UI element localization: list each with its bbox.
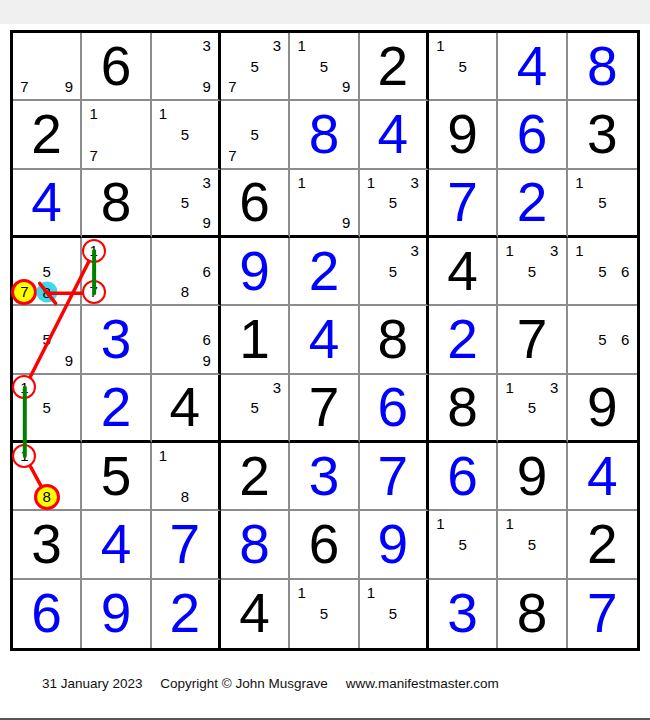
pencil-mark: 1 [429, 35, 451, 57]
cell-value-given: 2 [221, 443, 288, 509]
cell-value-solved: 2 [290, 238, 357, 304]
cell-value-given: 7 [498, 306, 565, 372]
pencil-mark: 3 [266, 35, 288, 57]
pencil-mark: 5 [244, 55, 266, 77]
pencil-mark: 1 [83, 103, 105, 125]
pencil-mark: 9 [335, 212, 357, 234]
pencil-mark: 1 [499, 513, 521, 535]
pencil-mark: 1 [291, 171, 313, 193]
cell-r9c2[interactable]: 9 [82, 580, 151, 648]
cell-value-solved: 7 [568, 580, 637, 648]
cell-r5c4[interactable]: 1 [221, 306, 290, 374]
pencil-mark: 9 [335, 76, 357, 98]
cell-value-solved: 9 [360, 511, 426, 577]
cell-r8c8[interactable]: 15 [498, 511, 567, 579]
pencil-mark: 3 [543, 240, 565, 262]
pencil-mark: 5 [36, 260, 58, 282]
cell-r1c3[interactable]: 39 [152, 33, 221, 101]
cell-r3c7[interactable]: 7 [429, 170, 498, 238]
pencil-mark: 1 [568, 171, 590, 193]
cell-value-solved: 8 [221, 511, 288, 577]
cell-r6c6[interactable]: 6 [360, 375, 429, 443]
cell-r6c1[interactable]: 15 [13, 375, 82, 443]
cell-value-solved: 2 [429, 306, 496, 372]
cell-r9c3[interactable]: 2 [152, 580, 221, 648]
cell-r9c7[interactable]: 3 [429, 580, 498, 648]
pencil-mark: 5 [174, 123, 196, 145]
cell-r5c1[interactable]: 59 [13, 306, 82, 374]
cell-r8c3[interactable]: 7 [152, 511, 221, 579]
cell-r6c8[interactable]: 135 [498, 375, 567, 443]
pencil-mark: 5 [36, 396, 58, 418]
cell-value-solved: 2 [152, 580, 218, 648]
pencil-mark: 1 [360, 582, 382, 604]
cell-r3c2[interactable]: 8 [82, 170, 151, 238]
pencil-mark: 5 [382, 603, 404, 625]
cell-r2c7[interactable]: 9 [429, 101, 498, 169]
pencil-mark: 1 [568, 240, 590, 262]
cell-r1c1[interactable]: 79 [13, 33, 82, 101]
cell-r4c2[interactable]: 17 [82, 238, 151, 306]
cell-r8c7[interactable]: 15 [429, 511, 498, 579]
cell-value-solved: 4 [498, 33, 565, 99]
cell-r1c4[interactable]: 357 [221, 33, 290, 101]
cell-value-solved: 3 [290, 443, 357, 509]
cell-r6c3[interactable]: 4 [152, 375, 221, 443]
cell-r1c8[interactable]: 4 [498, 33, 567, 101]
pencil-mark-ring-circle: 1 [12, 444, 36, 468]
pencil-mark: 8 [174, 486, 196, 508]
footer-date: 31 January 2023 [42, 676, 143, 691]
pencil-mark: 5 [382, 260, 404, 282]
cell-value-solved: 6 [429, 443, 496, 509]
cell-value-solved: 4 [82, 511, 149, 577]
cell-r7c5[interactable]: 3 [290, 443, 359, 511]
pencil-mark: 5 [452, 55, 474, 77]
pencil-mark: 5 [313, 55, 335, 77]
pencil-mark: 1 [499, 376, 521, 398]
cell-r8c9[interactable]: 2 [568, 511, 637, 579]
cell-r9c1[interactable]: 6 [13, 580, 82, 648]
cell-r8c2[interactable]: 4 [82, 511, 151, 579]
pencil-mark: 5 [521, 396, 543, 418]
pencil-mark: 9 [196, 76, 218, 98]
cell-r8c6[interactable]: 9 [360, 511, 429, 579]
cell-value-solved: 7 [360, 443, 426, 509]
cell-value-solved: 7 [429, 170, 496, 235]
cell-value-solved: 9 [221, 238, 288, 304]
cell-value-given: 3 [13, 511, 80, 577]
footer: 31 January 2023 Copyright © John Musgrav… [42, 676, 513, 691]
pencil-mark: 1 [291, 582, 313, 604]
cell-value-solved: 7 [152, 511, 218, 577]
pencil-mark: 6 [196, 328, 218, 350]
pencil-mark-yellow-circle: 7 [11, 279, 37, 305]
pencil-mark: 5 [591, 328, 613, 350]
cell-r7c8[interactable]: 9 [498, 443, 567, 511]
cell-value-given: 8 [429, 375, 496, 440]
cell-r7c3[interactable]: 18 [152, 443, 221, 511]
pencil-mark: 9 [196, 212, 218, 234]
pencil-mark: 1 [429, 513, 451, 535]
pencil-mark: 5 [521, 260, 543, 282]
cell-r4c9[interactable]: 156 [568, 238, 637, 306]
top-margin-strip [0, 0, 650, 24]
pencil-mark: 1 [152, 103, 174, 125]
cell-value-given: 3 [568, 101, 637, 167]
cell-r1c7[interactable]: 15 [429, 33, 498, 101]
cell-r4c3[interactable]: 68 [152, 238, 221, 306]
cell-r5c6[interactable]: 8 [360, 306, 429, 374]
cell-r7c6[interactable]: 7 [360, 443, 429, 511]
pencil-mark: 3 [266, 376, 288, 398]
cell-r1c6[interactable]: 2 [360, 33, 429, 101]
cell-r5c3[interactable]: 69 [152, 306, 221, 374]
pencil-mark: 7 [221, 76, 243, 98]
cell-r7c2[interactable]: 5 [82, 443, 151, 511]
pencil-mark: 7 [13, 76, 35, 98]
pencil-mark: 9 [58, 76, 80, 98]
cell-r6c4[interactable]: 35 [221, 375, 290, 443]
cell-r1c2[interactable]: 6 [82, 33, 151, 101]
pencil-mark: 5 [313, 603, 335, 625]
cell-value-given: 6 [82, 33, 149, 99]
cell-value-given: 1 [221, 306, 288, 372]
cell-value-solved: 3 [82, 306, 149, 372]
pencil-mark: 1 [291, 35, 313, 57]
cell-value-solved: 6 [498, 101, 565, 167]
pencil-mark-cyan-circle: 8 [36, 281, 57, 302]
cell-value-given: 5 [82, 443, 149, 509]
cell-r6c2[interactable]: 2 [82, 375, 151, 443]
cell-value-solved: 8 [568, 33, 637, 99]
cell-r9c6[interactable]: 15 [360, 580, 429, 648]
cell-r3c9[interactable]: 15 [568, 170, 637, 238]
pencil-mark: 8 [174, 281, 196, 303]
cell-value-solved: 4 [568, 443, 637, 509]
cell-value-solved: 3 [429, 580, 496, 648]
cell-r3c4[interactable]: 6 [221, 170, 290, 238]
cell-value-solved: 8 [290, 101, 357, 167]
pencil-mark: 7 [83, 144, 105, 166]
pencil-mark-yellow-circle: 8 [34, 484, 60, 510]
cell-r6c7[interactable]: 8 [429, 375, 498, 443]
cell-value-given: 2 [360, 33, 426, 99]
cell-r7c1[interactable]: 18 [13, 443, 82, 511]
cell-r3c1[interactable]: 4 [13, 170, 82, 238]
pencil-mark: 1 [360, 171, 382, 193]
cell-r4c5[interactable]: 2 [290, 238, 359, 306]
pencil-mark-ring-circle: 1 [82, 239, 106, 263]
pencil-mark: 3 [404, 240, 426, 262]
cell-value-given: 9 [568, 375, 637, 440]
pencil-mark: 5 [244, 396, 266, 418]
cell-r9c5[interactable]: 15 [290, 580, 359, 648]
cell-value-given: 9 [429, 101, 496, 167]
cell-value-given: 4 [221, 580, 288, 648]
cell-value-solved: 6 [13, 580, 80, 648]
pencil-mark-ring-circle: 7 [82, 280, 106, 304]
pencil-mark: 3 [196, 171, 218, 193]
pencil-mark: 3 [543, 376, 565, 398]
pencil-mark: 5 [452, 533, 474, 555]
pencil-mark: 7 [221, 144, 243, 166]
cell-r5c8[interactable]: 7 [498, 306, 567, 374]
cell-value-given: 7 [290, 375, 357, 440]
pencil-mark-ring-circle: 1 [12, 375, 36, 399]
cell-value-solved: 4 [290, 306, 357, 372]
pencil-mark: 3 [404, 171, 426, 193]
pencil-mark: 9 [196, 349, 218, 371]
cell-r3c3[interactable]: 359 [152, 170, 221, 238]
cell-r3c8[interactable]: 2 [498, 170, 567, 238]
cell-r3c5[interactable]: 19 [290, 170, 359, 238]
pencil-mark: 1 [499, 240, 521, 262]
cell-r2c2[interactable]: 17 [82, 101, 151, 169]
sudoku-board: 7963935715921548217155784963483596191357… [10, 30, 640, 651]
cell-r2c9[interactable]: 3 [568, 101, 637, 169]
cell-value-given: 2 [13, 101, 80, 167]
cell-r2c6[interactable]: 4 [360, 101, 429, 169]
cell-value-solved: 4 [13, 170, 80, 235]
pencil-mark: 5 [244, 123, 266, 145]
cell-r2c1[interactable]: 2 [13, 101, 82, 169]
cell-r5c2[interactable]: 3 [82, 306, 151, 374]
cell-r5c7[interactable]: 2 [429, 306, 498, 374]
pencil-mark: 5 [591, 191, 613, 213]
cell-r9c4[interactable]: 4 [221, 580, 290, 648]
cell-value-given: 8 [360, 306, 426, 372]
pencil-mark: 3 [196, 35, 218, 57]
cell-r7c9[interactable]: 4 [568, 443, 637, 511]
cell-value-solved: 2 [82, 375, 149, 440]
cell-r6c5[interactable]: 7 [290, 375, 359, 443]
pencil-mark: 6 [614, 328, 636, 350]
cell-value-given: 6 [221, 170, 288, 235]
cell-r1c9[interactable]: 8 [568, 33, 637, 101]
cell-value-solved: 9 [82, 580, 149, 648]
cell-r4c8[interactable]: 135 [498, 238, 567, 306]
pencil-mark: 5 [382, 191, 404, 213]
cell-r7c7[interactable]: 6 [429, 443, 498, 511]
cell-r4c4[interactable]: 9 [221, 238, 290, 306]
cell-r2c5[interactable]: 8 [290, 101, 359, 169]
cell-r4c7[interactable]: 4 [429, 238, 498, 306]
cell-r3c6[interactable]: 135 [360, 170, 429, 238]
cell-value-given: 8 [498, 580, 565, 648]
cell-value-given: 4 [429, 238, 496, 304]
cell-r9c8[interactable]: 8 [498, 580, 567, 648]
pencil-mark: 9 [58, 349, 80, 371]
cell-value-given: 2 [568, 511, 637, 577]
cell-value-solved: 6 [360, 375, 426, 440]
cell-value-given: 4 [152, 375, 218, 440]
cell-value-given: 6 [290, 511, 357, 577]
pencil-mark: 1 [152, 445, 174, 467]
cell-value-solved: 4 [360, 101, 426, 167]
cell-value-given: 8 [82, 170, 149, 235]
footer-url: www.manifestmaster.com [346, 676, 499, 691]
cell-value-given: 9 [498, 443, 565, 509]
cell-r9c9[interactable]: 7 [568, 580, 637, 648]
pencil-mark: 5 [591, 260, 613, 282]
footer-copyright: Copyright © John Musgrave [160, 676, 328, 691]
cell-value-solved: 2 [498, 170, 565, 235]
pencil-mark: 5 [36, 328, 58, 350]
cell-r4c1[interactable]: 578 [13, 238, 82, 306]
cell-r1c5[interactable]: 159 [290, 33, 359, 101]
cell-r5c9[interactable]: 56 [568, 306, 637, 374]
pencil-mark: 5 [521, 533, 543, 555]
cell-r2c4[interactable]: 57 [221, 101, 290, 169]
cell-r4c6[interactable]: 35 [360, 238, 429, 306]
pencil-mark: 6 [196, 260, 218, 282]
pencil-mark: 6 [614, 260, 636, 282]
cell-r2c3[interactable]: 15 [152, 101, 221, 169]
pencil-mark: 5 [174, 191, 196, 213]
cell-r8c4[interactable]: 8 [221, 511, 290, 579]
cell-r7c4[interactable]: 2 [221, 443, 290, 511]
cell-r5c5[interactable]: 4 [290, 306, 359, 374]
cell-r8c5[interactable]: 6 [290, 511, 359, 579]
cell-r2c8[interactable]: 6 [498, 101, 567, 169]
cell-r8c1[interactable]: 3 [13, 511, 82, 579]
cell-r6c9[interactable]: 9 [568, 375, 637, 443]
